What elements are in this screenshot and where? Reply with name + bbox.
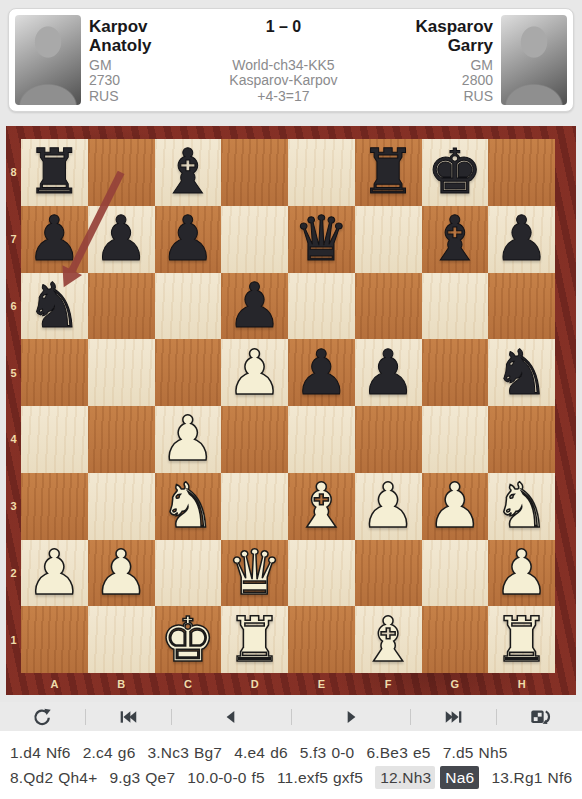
previous-move-icon xyxy=(220,706,242,728)
white-player-name: Karpov Anatoly xyxy=(89,17,151,55)
next-move-button[interactable] xyxy=(292,702,411,731)
move-pair: 4.e4d6 xyxy=(234,744,288,761)
square-d7[interactable] xyxy=(221,206,288,273)
square-b2[interactable]: ♟ xyxy=(88,540,155,607)
square-g5[interactable] xyxy=(422,339,489,406)
square-g4[interactable] xyxy=(422,406,489,473)
square-d4[interactable] xyxy=(221,406,288,473)
move-black[interactable]: Nf6 xyxy=(46,744,71,761)
square-f6[interactable] xyxy=(355,273,422,340)
move-list: 1.d4Nf62.c4g63.Nc3Bg74.e4d65.f30-06.Be3e… xyxy=(0,731,582,799)
square-b7[interactable]: ♟ xyxy=(88,206,155,273)
black-pawn[interactable]: ♟ xyxy=(494,208,550,270)
move-black[interactable]: Na6 xyxy=(440,766,479,789)
flip-board-button[interactable] xyxy=(497,702,582,731)
move-black[interactable]: 0-0 xyxy=(331,744,354,761)
black-player-photo xyxy=(501,15,567,105)
black-player-block: Kasparov Garry GM 2800 RUS xyxy=(416,16,493,105)
white-bishop[interactable]: ♝ xyxy=(360,609,416,671)
move-pair: 10.0-0-0f5 xyxy=(187,769,265,786)
file-label-a: A xyxy=(21,673,88,695)
white-player-lastname: Karpov xyxy=(89,17,151,36)
white-rook[interactable]: ♜ xyxy=(227,609,283,671)
match-score: +4-3=17 xyxy=(229,89,337,105)
white-bishop[interactable]: ♝ xyxy=(294,475,350,537)
move-white[interactable]: 10.0-0-0 xyxy=(187,769,246,786)
file-label-e: E xyxy=(288,673,355,695)
square-e1[interactable] xyxy=(288,606,355,673)
white-player-photo xyxy=(15,15,81,105)
match-name: Kasparov-Karpov xyxy=(229,73,337,89)
black-queen[interactable]: ♛ xyxy=(294,208,350,270)
move-black[interactable]: g6 xyxy=(118,744,136,761)
move-pair: 11.exf5gxf5 xyxy=(277,769,363,786)
skip-to-start-button[interactable] xyxy=(86,702,171,731)
square-d8[interactable] xyxy=(221,139,288,206)
square-f7[interactable] xyxy=(355,206,422,273)
move-pair: 2.c4g6 xyxy=(83,744,136,761)
square-a1[interactable] xyxy=(21,606,88,673)
square-e7[interactable]: ♛ xyxy=(288,206,355,273)
black-pawn[interactable]: ♟ xyxy=(93,208,149,270)
white-knight[interactable]: ♞ xyxy=(160,475,216,537)
move-white[interactable]: 7.d5 xyxy=(443,744,474,761)
square-a2[interactable]: ♟ xyxy=(21,540,88,607)
game-info: 1 – 0 World-ch34-KK5 Kasparov-Karpov +4-… xyxy=(159,16,407,105)
square-f2[interactable] xyxy=(355,540,422,607)
file-label-f: F xyxy=(355,673,422,695)
move-white[interactable]: 3.Nc3 xyxy=(147,744,189,761)
white-rook[interactable]: ♜ xyxy=(494,609,550,671)
square-a6[interactable]: ♞ xyxy=(21,273,88,340)
rank-label-4: 4 xyxy=(6,406,21,473)
file-label-g: G xyxy=(422,673,489,695)
skip-to-end-button[interactable] xyxy=(411,702,496,731)
square-g1[interactable] xyxy=(422,606,489,673)
skip-to-end-icon xyxy=(443,706,465,728)
move-black[interactable]: Nf6 xyxy=(548,769,573,786)
black-pawn[interactable]: ♟ xyxy=(294,342,350,404)
chess-board[interactable]: ♜♝♜♚♟♟♟♛♝♟♞♟♟♟♟♞♟♞♝♟♟♞♟♟♛♟♚♜♝♜ xyxy=(21,139,555,673)
move-white[interactable]: 6.Be3 xyxy=(366,744,408,761)
square-b5[interactable] xyxy=(88,339,155,406)
square-c6[interactable] xyxy=(155,273,222,340)
flip-board-icon xyxy=(529,706,551,728)
move-white[interactable]: 8.Qd2 xyxy=(10,769,53,786)
square-a4[interactable] xyxy=(21,406,88,473)
white-pawn[interactable]: ♟ xyxy=(27,542,83,604)
skip-to-start-icon xyxy=(117,706,139,728)
game-result: 1 – 0 xyxy=(266,17,302,36)
game-header: Karpov Anatoly GM 2730 RUS 1 – 0 World-c… xyxy=(8,8,574,112)
black-knight[interactable]: ♞ xyxy=(494,342,550,404)
square-h7[interactable]: ♟ xyxy=(488,206,555,273)
square-b6[interactable] xyxy=(88,273,155,340)
move-pair: 1.d4Nf6 xyxy=(10,744,71,761)
square-g3[interactable]: ♟ xyxy=(422,473,489,540)
move-black[interactable]: gxf5 xyxy=(333,769,363,786)
black-player-lastname: Kasparov xyxy=(416,17,493,36)
white-player-meta: GM 2730 RUS xyxy=(89,58,151,105)
square-d3[interactable] xyxy=(221,473,288,540)
next-move-icon xyxy=(340,706,362,728)
black-player-title: GM xyxy=(416,58,493,74)
square-c7[interactable]: ♟ xyxy=(155,206,222,273)
square-b8[interactable] xyxy=(88,139,155,206)
move-black[interactable]: Qh4+ xyxy=(58,769,97,786)
move-pair: 9.g3Qe7 xyxy=(109,769,175,786)
black-player-meta: GM 2800 RUS xyxy=(416,58,493,105)
file-label-b: B xyxy=(88,673,155,695)
move-black[interactable]: Bg7 xyxy=(194,744,222,761)
white-king[interactable]: ♚ xyxy=(160,609,216,671)
move-white[interactable]: 5.f3 xyxy=(300,744,327,761)
white-player-federation: RUS xyxy=(89,89,151,105)
rank-label-5: 5 xyxy=(6,339,21,406)
square-e4[interactable] xyxy=(288,406,355,473)
square-h1[interactable]: ♜ xyxy=(488,606,555,673)
square-h8[interactable] xyxy=(488,139,555,206)
move-black[interactable]: Qe7 xyxy=(145,769,175,786)
white-player-title: GM xyxy=(89,58,151,74)
rank-label-8: 8 xyxy=(6,139,21,206)
black-rook[interactable]: ♜ xyxy=(27,141,83,203)
rank-label-7: 7 xyxy=(6,206,21,273)
square-h4[interactable] xyxy=(488,406,555,473)
square-b4[interactable] xyxy=(88,406,155,473)
white-pawn[interactable]: ♟ xyxy=(227,342,283,404)
black-bishop[interactable]: ♝ xyxy=(427,208,483,270)
black-pawn[interactable]: ♟ xyxy=(160,208,216,270)
black-player-name: Kasparov Garry xyxy=(416,17,493,55)
square-h2[interactable]: ♟ xyxy=(488,540,555,607)
move-white[interactable]: 13.Rg1 xyxy=(491,769,542,786)
black-pawn[interactable]: ♟ xyxy=(227,275,283,337)
rank-label-6: 6 xyxy=(6,273,21,340)
square-g6[interactable] xyxy=(422,273,489,340)
move-pair: 8.Qd2Qh4+ xyxy=(10,769,97,786)
square-e6[interactable] xyxy=(288,273,355,340)
chess-board-frame: 87654321 ABCDEFGH ♜♝♜♚♟♟♟♛♝♟♞♟♟♟♟♞♟♞♝♟♟♞… xyxy=(6,126,576,695)
square-c2[interactable] xyxy=(155,540,222,607)
square-f5[interactable]: ♟ xyxy=(355,339,422,406)
square-a5[interactable] xyxy=(21,339,88,406)
white-knight[interactable]: ♞ xyxy=(494,475,550,537)
white-pawn[interactable]: ♟ xyxy=(427,475,483,537)
black-pawn[interactable]: ♟ xyxy=(360,342,416,404)
move-black[interactable]: f5 xyxy=(252,769,265,786)
black-bishop[interactable]: ♝ xyxy=(160,141,216,203)
white-pawn[interactable]: ♟ xyxy=(360,475,416,537)
square-c3[interactable]: ♞ xyxy=(155,473,222,540)
square-g2[interactable] xyxy=(422,540,489,607)
event-info: World-ch34-KK5 Kasparov-Karpov +4-3=17 xyxy=(229,58,337,105)
file-label-h: H xyxy=(488,673,555,695)
white-pawn[interactable]: ♟ xyxy=(160,408,216,470)
square-e5[interactable]: ♟ xyxy=(288,339,355,406)
rank-label-3: 3 xyxy=(6,473,21,540)
move-pair: 13.Rg1Nf6 xyxy=(491,769,572,786)
square-f8[interactable]: ♜ xyxy=(355,139,422,206)
rank-label-1: 1 xyxy=(6,606,21,673)
white-queen[interactable]: ♛ xyxy=(227,542,283,604)
previous-move-button[interactable] xyxy=(172,702,291,731)
square-h6[interactable] xyxy=(488,273,555,340)
file-label-c: C xyxy=(155,673,222,695)
square-c5[interactable] xyxy=(155,339,222,406)
square-a3[interactable] xyxy=(21,473,88,540)
move-white[interactable]: 9.g3 xyxy=(109,769,140,786)
move-pair: 7.d5Nh5 xyxy=(443,744,508,761)
square-d1[interactable]: ♜ xyxy=(221,606,288,673)
white-pawn[interactable]: ♟ xyxy=(93,542,149,604)
move-pair: 6.Be3e5 xyxy=(366,744,430,761)
move-white[interactable]: 1.d4 xyxy=(10,744,41,761)
navigation-toolbar xyxy=(0,702,582,731)
move-white[interactable]: 4.e4 xyxy=(234,744,265,761)
square-c8[interactable]: ♝ xyxy=(155,139,222,206)
move-line-1: 1.d4Nf62.c4g63.Nc3Bg74.e4d65.f30-06.Be3e… xyxy=(10,740,582,765)
move-pair: 3.Nc3Bg7 xyxy=(147,744,222,761)
square-g8[interactable]: ♚ xyxy=(422,139,489,206)
square-d2[interactable]: ♛ xyxy=(221,540,288,607)
file-label-d: D xyxy=(221,673,288,695)
square-d5[interactable]: ♟ xyxy=(221,339,288,406)
square-g7[interactable]: ♝ xyxy=(422,206,489,273)
square-e3[interactable]: ♝ xyxy=(288,473,355,540)
move-black[interactable]: e5 xyxy=(413,744,431,761)
black-king[interactable]: ♚ xyxy=(427,141,483,203)
square-c4[interactable]: ♟ xyxy=(155,406,222,473)
square-h3[interactable]: ♞ xyxy=(488,473,555,540)
square-b3[interactable] xyxy=(88,473,155,540)
move-black[interactable]: d6 xyxy=(270,744,288,761)
square-f4[interactable] xyxy=(355,406,422,473)
move-black[interactable]: Nh5 xyxy=(479,744,508,761)
square-a7[interactable]: ♟ xyxy=(21,206,88,273)
white-pawn[interactable]: ♟ xyxy=(494,542,550,604)
square-b1[interactable] xyxy=(88,606,155,673)
move-pair: 12.Nh3Na6 xyxy=(375,769,479,786)
square-e8[interactable] xyxy=(288,139,355,206)
move-pair: 5.f30-0 xyxy=(300,744,355,761)
white-player-firstname: Anatoly xyxy=(89,36,151,55)
rotate-icon xyxy=(31,706,53,728)
move-white[interactable]: 2.c4 xyxy=(83,744,113,761)
rank-label-2: 2 xyxy=(6,540,21,607)
move-white[interactable]: 12.Nh3 xyxy=(375,766,435,789)
black-player-firstname: Garry xyxy=(416,36,493,55)
event-name: World-ch34-KK5 xyxy=(229,58,337,74)
square-f3[interactable]: ♟ xyxy=(355,473,422,540)
black-rook[interactable]: ♜ xyxy=(360,141,416,203)
square-h5[interactable]: ♞ xyxy=(488,339,555,406)
black-pawn[interactable]: ♟ xyxy=(27,208,83,270)
square-c1[interactable]: ♚ xyxy=(155,606,222,673)
rotate-button[interactable] xyxy=(0,702,85,731)
square-a8[interactable]: ♜ xyxy=(21,139,88,206)
move-line-2: 8.Qd2Qh4+9.g3Qe710.0-0-0f511.exf5gxf512.… xyxy=(10,765,582,790)
square-d6[interactable]: ♟ xyxy=(221,273,288,340)
black-player-rating: 2800 xyxy=(416,73,493,89)
black-knight[interactable]: ♞ xyxy=(27,275,83,337)
move-white[interactable]: 11.exf5 xyxy=(277,769,328,786)
black-player-federation: RUS xyxy=(416,89,493,105)
square-e2[interactable] xyxy=(288,540,355,607)
white-player-block: Karpov Anatoly GM 2730 RUS xyxy=(89,16,151,105)
square-f1[interactable]: ♝ xyxy=(355,606,422,673)
white-player-rating: 2730 xyxy=(89,73,151,89)
